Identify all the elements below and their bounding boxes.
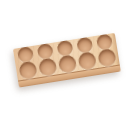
pit-row2-col2[interactable] xyxy=(38,58,57,77)
pit-row2-col4[interactable] xyxy=(77,51,96,70)
pit-row1-col4[interactable] xyxy=(76,37,93,54)
pit-row2-col1[interactable] xyxy=(19,61,38,80)
pit-row1-col1[interactable] xyxy=(17,46,34,63)
pit-row1-col5[interactable] xyxy=(96,34,113,51)
pit-row1-col3[interactable] xyxy=(56,40,73,57)
pit-row1-col2[interactable] xyxy=(37,43,54,60)
pit-row2-col5[interactable] xyxy=(97,48,116,67)
pit-row2-col3[interactable] xyxy=(58,54,77,73)
mancala-board xyxy=(13,33,121,88)
